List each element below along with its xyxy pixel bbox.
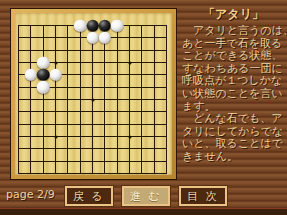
star-point [91,98,94,101]
stone-white [74,19,87,32]
stone-black [86,19,99,32]
stone-white [99,32,112,45]
nav-buttons: 戻 る進 む目 次 [65,186,227,206]
lesson-text-line: どんな石でも、ア [182,113,285,126]
stone-white [49,69,62,82]
stone-white [111,19,124,32]
lesson-text-line: きません。 [182,151,285,164]
star-point [128,135,131,138]
lesson-body: アタリと言うのは、あと一手で石を取ることができる状態、すなわちある一団に呼吸点が… [182,25,285,164]
stone-white [37,81,50,94]
contents-button[interactable]: 目 次 [179,186,227,206]
lesson-text-line: ことができる状態、 [182,50,285,63]
stone-white [25,69,38,82]
page-indicator: page 2/9 [6,188,55,201]
star-point [128,61,131,64]
tutorial-screen: 「アタリ」 アタリと言うのは、あと一手で石を取ることができる状態、すなわちある一… [0,0,287,215]
stone-white [86,32,99,45]
back-button[interactable]: 戻 る [65,186,113,206]
next-button[interactable]: 進 む [122,186,170,206]
lesson-panel: 「アタリ」 アタリと言うのは、あと一手で石を取ることができる状態、すなわちある一… [182,6,285,164]
stone-white [37,56,50,69]
stone-black [99,19,112,32]
lesson-text-line: アタリと言うのは、 [182,25,285,38]
lesson-text-line: い状態のことを言い [182,88,285,101]
go-board [10,8,177,180]
bottom-band [0,208,287,215]
star-point [54,61,57,64]
lesson-title: 「アタリ」 [182,6,285,22]
star-point [54,135,57,138]
stone-black [37,69,50,82]
